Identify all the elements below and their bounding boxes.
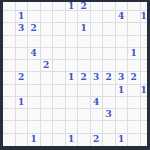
cell-r6c10[interactable]: 2 [128, 72, 141, 84]
cell-r0c2[interactable] [28, 2, 41, 11]
puzzle-board-frame: 121413214122123232111431121 [0, 0, 150, 150]
cell-r11c1[interactable] [16, 134, 29, 146]
cell-r1c6[interactable] [78, 11, 91, 23]
cell-r2c1[interactable]: 3 [16, 23, 29, 35]
cell-r10c7[interactable] [91, 121, 104, 133]
cell-r4c1[interactable] [16, 48, 29, 60]
cell-r1c5[interactable] [66, 11, 79, 23]
cell-r4c11[interactable] [141, 48, 148, 60]
cell-r5c5[interactable] [66, 60, 79, 72]
cell-r3c0[interactable] [3, 36, 16, 48]
cell-r7c8[interactable] [103, 85, 116, 97]
cell-r8c0[interactable] [3, 97, 16, 109]
cell-r0c10[interactable] [128, 2, 141, 11]
cell-r2c9[interactable] [116, 23, 129, 35]
cell-r3c3[interactable] [41, 36, 54, 48]
cell-r7c9[interactable]: 1 [116, 85, 129, 97]
cell-r10c4[interactable] [53, 121, 66, 133]
cell-r10c6[interactable] [78, 121, 91, 133]
cell-r8c11[interactable] [141, 97, 148, 109]
cell-r3c10[interactable] [128, 36, 141, 48]
cell-r7c6[interactable] [78, 85, 91, 97]
cell-r4c6[interactable] [78, 48, 91, 60]
cell-r8c2[interactable] [28, 97, 41, 109]
cell-r4c4[interactable] [53, 48, 66, 60]
cell-r7c0[interactable] [3, 85, 16, 97]
cell-r5c2[interactable] [28, 60, 41, 72]
cell-r10c5[interactable] [66, 121, 79, 133]
cell-r4c0[interactable] [3, 48, 16, 60]
cell-r0c0[interactable] [3, 2, 16, 11]
cell-r8c10[interactable] [128, 97, 141, 109]
cell-r6c9[interactable]: 3 [116, 72, 129, 84]
cell-r9c0[interactable] [3, 109, 16, 121]
cell-r6c0[interactable] [3, 72, 16, 84]
cell-r9c3[interactable] [41, 109, 54, 121]
cell-r4c8[interactable] [103, 48, 116, 60]
cell-r1c7[interactable] [91, 11, 104, 23]
cell-r4c9[interactable] [116, 48, 129, 60]
cell-r11c4[interactable] [53, 134, 66, 146]
cell-r0c7[interactable] [91, 2, 104, 11]
cell-r9c2[interactable] [28, 109, 41, 121]
cell-r11c10[interactable] [128, 134, 141, 146]
cell-r6c5[interactable]: 1 [66, 72, 79, 84]
cell-r4c10[interactable]: 1 [128, 48, 141, 60]
cell-r2c11[interactable] [141, 23, 148, 35]
cell-r3c11[interactable] [141, 36, 148, 48]
cell-r1c3[interactable] [41, 11, 54, 23]
cell-r5c4[interactable] [53, 60, 66, 72]
cell-r2c4[interactable] [53, 23, 66, 35]
cell-r7c3[interactable] [41, 85, 54, 97]
cell-r11c11[interactable] [141, 134, 148, 146]
cell-r1c1[interactable]: 1 [16, 11, 29, 23]
cell-r6c7[interactable]: 3 [91, 72, 104, 84]
cell-r11c7[interactable]: 2 [91, 134, 104, 146]
cell-r5c1[interactable] [16, 60, 29, 72]
cell-r1c0[interactable] [3, 11, 16, 23]
cell-r9c1[interactable] [16, 109, 29, 121]
cell-r11c8[interactable] [103, 134, 116, 146]
cell-r6c8[interactable]: 2 [103, 72, 116, 84]
cell-r5c3[interactable]: 2 [41, 60, 54, 72]
cell-r11c2[interactable]: 1 [28, 134, 41, 146]
cell-r1c10[interactable] [128, 11, 141, 23]
cell-r7c1[interactable] [16, 85, 29, 97]
cell-r9c6[interactable] [78, 109, 91, 121]
cell-r0c3[interactable] [41, 2, 54, 11]
cell-r6c3[interactable] [41, 72, 54, 84]
cell-r1c8[interactable] [103, 11, 116, 23]
cell-r4c2[interactable]: 4 [28, 48, 41, 60]
cell-r10c10[interactable] [128, 121, 141, 133]
cell-r2c7[interactable] [91, 23, 104, 35]
cell-r6c6[interactable]: 2 [78, 72, 91, 84]
cell-r7c5[interactable] [66, 85, 79, 97]
cell-r6c4[interactable] [53, 72, 66, 84]
cell-r11c3[interactable] [41, 134, 54, 146]
cell-r0c11[interactable] [141, 2, 148, 11]
cell-r9c5[interactable] [66, 109, 79, 121]
cell-r0c8[interactable] [103, 2, 116, 11]
cell-r10c8[interactable] [103, 121, 116, 133]
cell-r11c0[interactable] [3, 134, 16, 146]
cell-r10c1[interactable] [16, 121, 29, 133]
cell-r5c7[interactable] [91, 60, 104, 72]
cell-r7c10[interactable] [128, 85, 141, 97]
cell-r2c5[interactable] [66, 23, 79, 35]
cell-r4c3[interactable] [41, 48, 54, 60]
cell-r3c1[interactable] [16, 36, 29, 48]
cell-r0c9[interactable] [116, 2, 129, 11]
cell-r7c4[interactable] [53, 85, 66, 97]
cell-r0c1[interactable] [16, 2, 29, 11]
cell-r8c7[interactable]: 4 [91, 97, 104, 109]
cell-r0c6[interactable]: 2 [78, 2, 91, 11]
cell-r2c3[interactable] [41, 23, 54, 35]
cell-r7c11[interactable]: 1 [141, 85, 148, 97]
cell-r0c5[interactable]: 1 [66, 2, 79, 11]
cell-r3c2[interactable] [28, 36, 41, 48]
cell-r5c9[interactable] [116, 60, 129, 72]
cell-r9c7[interactable] [91, 109, 104, 121]
cell-r9c8[interactable]: 3 [103, 109, 116, 121]
cell-r3c8[interactable] [103, 36, 116, 48]
cell-r8c1[interactable]: 1 [16, 97, 29, 109]
cell-r5c8[interactable] [103, 60, 116, 72]
cell-r7c2[interactable] [28, 85, 41, 97]
cell-r9c9[interactable] [116, 109, 129, 121]
cell-r10c9[interactable] [116, 121, 129, 133]
cell-r11c9[interactable]: 1 [116, 134, 129, 146]
cell-r2c6[interactable]: 1 [78, 23, 91, 35]
cell-r8c5[interactable] [66, 97, 79, 109]
cell-r6c2[interactable] [28, 72, 41, 84]
cell-r9c11[interactable] [141, 109, 148, 121]
cell-r3c9[interactable] [116, 36, 129, 48]
cell-r4c5[interactable] [66, 48, 79, 60]
cell-r5c10[interactable] [128, 60, 141, 72]
cell-r3c5[interactable] [66, 36, 79, 48]
cell-r8c8[interactable] [103, 97, 116, 109]
cell-r2c8[interactable] [103, 23, 116, 35]
cell-r8c3[interactable] [41, 97, 54, 109]
cell-r8c6[interactable] [78, 97, 91, 109]
cell-r9c4[interactable] [53, 109, 66, 121]
cell-r8c9[interactable] [116, 97, 129, 109]
cell-r2c2[interactable]: 2 [28, 23, 41, 35]
cell-r3c7[interactable] [91, 36, 104, 48]
cell-r5c11[interactable] [141, 60, 148, 72]
cell-r1c9[interactable]: 4 [116, 11, 129, 23]
cell-r11c5[interactable]: 1 [66, 134, 79, 146]
cell-r10c0[interactable] [3, 121, 16, 133]
cell-r1c2[interactable] [28, 11, 41, 23]
cell-r11c6[interactable] [78, 134, 91, 146]
cell-r9c10[interactable] [128, 109, 141, 121]
cell-r5c6[interactable] [78, 60, 91, 72]
cell-r2c0[interactable] [3, 23, 16, 35]
cell-r6c11[interactable] [141, 72, 148, 84]
puzzle-grid: 121413214122123232111431121 [3, 2, 147, 146]
cell-r10c11[interactable] [141, 121, 148, 133]
cell-r3c4[interactable] [53, 36, 66, 48]
cell-r2c10[interactable] [128, 23, 141, 35]
cell-r7c7[interactable] [91, 85, 104, 97]
cell-r5c0[interactable] [3, 60, 16, 72]
cell-r10c2[interactable] [28, 121, 41, 133]
cell-r3c6[interactable] [78, 36, 91, 48]
cell-r4c7[interactable] [91, 48, 104, 60]
cell-r1c4[interactable] [53, 11, 66, 23]
cell-r10c3[interactable] [41, 121, 54, 133]
cell-r1c11[interactable]: 1 [141, 11, 148, 23]
cell-r8c4[interactable] [53, 97, 66, 109]
cell-r0c4[interactable] [53, 2, 66, 11]
cell-r6c1[interactable]: 2 [16, 72, 29, 84]
